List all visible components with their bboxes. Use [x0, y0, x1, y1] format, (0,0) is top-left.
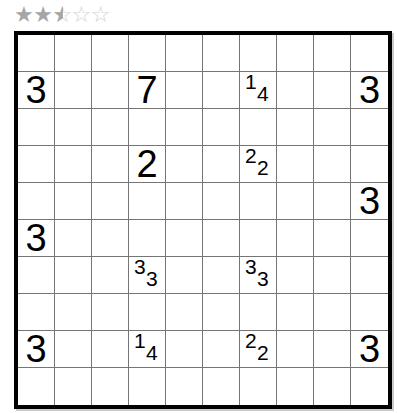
cell-r8c6[interactable] [203, 294, 240, 331]
cell-r9c3[interactable] [92, 331, 129, 368]
clue-value-1: 3 [245, 256, 257, 277]
cell-r6c8[interactable] [277, 220, 314, 257]
cell-r4c1[interactable] [18, 146, 55, 183]
cell-r10c7[interactable] [240, 368, 277, 405]
clue-value: 3 [25, 330, 46, 368]
cell-r10c8[interactable] [277, 368, 314, 405]
cell-r2c9[interactable] [314, 72, 351, 109]
cell-r7c9[interactable] [314, 257, 351, 294]
cell-r5c4[interactable] [129, 183, 166, 220]
cell-r9c6[interactable] [203, 331, 240, 368]
clue-value: 3 [25, 71, 46, 109]
cell-r2c7[interactable]: 14 [240, 72, 277, 109]
cell-r4c2[interactable] [55, 146, 92, 183]
clue-value-2: 2 [257, 342, 269, 363]
clue-value: 3 [359, 330, 380, 368]
cell-r3c10[interactable] [351, 109, 388, 146]
cell-r5c3[interactable] [92, 183, 129, 220]
cell-r1c3[interactable] [92, 35, 129, 72]
cell-r10c9[interactable] [314, 368, 351, 405]
cell-r2c2[interactable] [55, 72, 92, 109]
cell-r7c1[interactable] [18, 257, 55, 294]
cell-r5c2[interactable] [55, 183, 92, 220]
cell-r4c4[interactable]: 2 [129, 146, 166, 183]
cell-r2c5[interactable] [166, 72, 203, 109]
cell-r1c10[interactable] [351, 35, 388, 72]
cell-r5c9[interactable] [314, 183, 351, 220]
cell-r3c8[interactable] [277, 109, 314, 146]
clue-value: 3 [359, 182, 380, 220]
cell-r10c10[interactable] [351, 368, 388, 405]
cell-r5c7[interactable] [240, 183, 277, 220]
cell-r8c2[interactable] [55, 294, 92, 331]
cell-r6c7[interactable] [240, 220, 277, 257]
cell-r3c9[interactable] [314, 109, 351, 146]
cell-r7c8[interactable] [277, 257, 314, 294]
cell-r1c9[interactable] [314, 35, 351, 72]
cell-r1c2[interactable] [55, 35, 92, 72]
cell-r6c5[interactable] [166, 220, 203, 257]
cell-r3c4[interactable] [129, 109, 166, 146]
star-full-icon: ★ [14, 5, 33, 25]
cell-r10c4[interactable] [129, 368, 166, 405]
cell-r6c9[interactable] [314, 220, 351, 257]
cell-r6c1[interactable]: 3 [18, 220, 55, 257]
cell-r4c7[interactable]: 22 [240, 146, 277, 183]
cell-r9c8[interactable] [277, 331, 314, 368]
cell-r6c10[interactable] [351, 220, 388, 257]
cell-r1c4[interactable] [129, 35, 166, 72]
clue-value-2: 2 [257, 157, 269, 178]
cell-r7c7[interactable]: 33 [240, 257, 277, 294]
cell-r9c4[interactable]: 14 [129, 331, 166, 368]
cell-r2c4[interactable]: 7 [129, 72, 166, 109]
cell-r1c5[interactable] [166, 35, 203, 72]
cell-r7c3[interactable] [92, 257, 129, 294]
cell-r1c8[interactable] [277, 35, 314, 72]
cell-r4c6[interactable] [203, 146, 240, 183]
clue-value: 2 [136, 145, 157, 183]
cell-r4c8[interactable] [277, 146, 314, 183]
cell-r8c4[interactable] [129, 294, 166, 331]
clue-value-2: 4 [257, 83, 269, 104]
cell-r5c6[interactable] [203, 183, 240, 220]
cell-r6c6[interactable] [203, 220, 240, 257]
cell-r9c9[interactable] [314, 331, 351, 368]
cell-r8c5[interactable] [166, 294, 203, 331]
cell-r8c8[interactable] [277, 294, 314, 331]
star-empty-icon: ☆ [72, 5, 91, 25]
cell-r3c6[interactable] [203, 109, 240, 146]
cell-r8c9[interactable] [314, 294, 351, 331]
star-empty-icon: ☆ [91, 5, 110, 25]
clue-value-2: 4 [146, 342, 158, 363]
cell-r1c7[interactable] [240, 35, 277, 72]
cell-r10c3[interactable] [92, 368, 129, 405]
star-half-icon: ☆★ [52, 5, 71, 25]
page: ★★☆★☆☆ 37143222333333314223 [0, 0, 397, 409]
cell-r8c7[interactable] [240, 294, 277, 331]
cell-r1c1[interactable] [18, 35, 55, 72]
cell-r7c2[interactable] [55, 257, 92, 294]
clue-value-1: 1 [245, 71, 257, 92]
cell-r3c1[interactable] [18, 109, 55, 146]
cell-r10c2[interactable] [55, 368, 92, 405]
clue-value-2: 3 [257, 268, 269, 289]
cell-r9c5[interactable] [166, 331, 203, 368]
cell-r2c10[interactable]: 3 [351, 72, 388, 109]
clue-value: 3 [25, 219, 46, 257]
cell-r7c4[interactable]: 33 [129, 257, 166, 294]
tapa-board: 37143222333333314223 [14, 31, 392, 409]
star-full-icon: ★ [33, 5, 52, 25]
cell-r10c5[interactable] [166, 368, 203, 405]
cell-r3c2[interactable] [55, 109, 92, 146]
clue-value-1: 2 [245, 145, 257, 166]
cell-r10c6[interactable] [203, 368, 240, 405]
cell-r7c6[interactable] [203, 257, 240, 294]
clue-value-1: 1 [134, 330, 146, 351]
clue-value-2: 3 [146, 268, 158, 289]
cell-r9c7[interactable]: 22 [240, 331, 277, 368]
cell-r9c2[interactable] [55, 331, 92, 368]
cell-r4c5[interactable] [166, 146, 203, 183]
cell-r10c1[interactable] [18, 368, 55, 405]
cell-r7c5[interactable] [166, 257, 203, 294]
cell-r5c10[interactable]: 3 [351, 183, 388, 220]
cell-r2c3[interactable] [92, 72, 129, 109]
clue-value-1: 2 [245, 330, 257, 351]
cell-r5c1[interactable] [18, 183, 55, 220]
cell-r6c3[interactable] [92, 220, 129, 257]
cell-r3c7[interactable] [240, 109, 277, 146]
cell-r1c6[interactable] [203, 35, 240, 72]
cell-r6c4[interactable] [129, 220, 166, 257]
difficulty-rating: ★★☆★☆☆ [14, 5, 397, 25]
cell-r2c6[interactable] [203, 72, 240, 109]
cell-r8c10[interactable] [351, 294, 388, 331]
cell-r5c8[interactable] [277, 183, 314, 220]
clue-value: 3 [359, 71, 380, 109]
cell-r4c10[interactable] [351, 146, 388, 183]
cell-r4c9[interactable] [314, 146, 351, 183]
cell-r9c10[interactable]: 3 [351, 331, 388, 368]
cell-r9c1[interactable]: 3 [18, 331, 55, 368]
cell-r3c3[interactable] [92, 109, 129, 146]
clue-value-1: 3 [134, 256, 146, 277]
cell-r7c10[interactable] [351, 257, 388, 294]
cell-r8c1[interactable] [18, 294, 55, 331]
cell-r8c3[interactable] [92, 294, 129, 331]
cell-r5c5[interactable] [166, 183, 203, 220]
cell-r2c1[interactable]: 3 [18, 72, 55, 109]
cell-r6c2[interactable] [55, 220, 92, 257]
cell-r2c8[interactable] [277, 72, 314, 109]
clue-value: 7 [136, 71, 157, 109]
cell-r4c3[interactable] [92, 146, 129, 183]
cell-r3c5[interactable] [166, 109, 203, 146]
